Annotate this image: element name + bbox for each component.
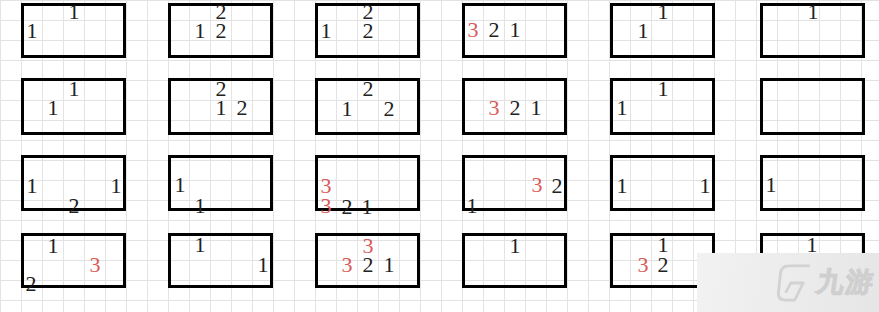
hint-number-r2c5: 1 <box>658 78 669 100</box>
hint-number-r4c3: 2 <box>363 254 374 276</box>
hint-number-r4c2: 1 <box>195 234 206 256</box>
hint-number-r2c4: 1 <box>531 97 542 119</box>
hint-number-r3c1: 1 <box>27 175 38 197</box>
hint-number-r3c1: 2 <box>69 195 80 217</box>
hint-number-r4c5: 3 <box>638 254 649 276</box>
hint-number-r4c2: 1 <box>258 254 269 276</box>
hint-number-r2c4: 3 <box>489 97 500 119</box>
hint-number-r2c1: 1 <box>69 78 80 100</box>
hint-number-r3c6: 1 <box>766 174 777 196</box>
hint-number-r3c4: 2 <box>552 175 563 197</box>
hint-number-r4c3: 3 <box>342 254 353 276</box>
hint-number-r3c4: 3 <box>532 174 543 196</box>
pattern-box-r4c1 <box>21 233 126 288</box>
hint-number-r1c2: 2 <box>216 20 227 42</box>
hint-number-r3c2: 1 <box>175 174 186 196</box>
hint-number-r4c1: 1 <box>48 235 59 257</box>
hint-number-r4c1: 3 <box>90 254 101 276</box>
hint-number-r2c2: 1 <box>216 97 227 119</box>
hint-number-r1c5: 1 <box>658 1 669 23</box>
hint-number-r1c4: 2 <box>489 19 500 41</box>
hint-number-r2c3: 1 <box>342 98 353 120</box>
hint-number-r1c2: 1 <box>195 20 206 42</box>
hint-number-r1c4: 3 <box>468 19 479 41</box>
hint-number-r3c5: 1 <box>617 175 628 197</box>
hint-number-r4c3: 1 <box>384 254 395 276</box>
hint-number-r1c3: 1 <box>321 20 332 42</box>
hint-number-r2c1: 1 <box>48 97 59 119</box>
hint-number-r1c5: 1 <box>638 20 649 42</box>
hint-number-r4c1: 2 <box>26 273 37 295</box>
hint-number-r1c4: 1 <box>510 19 521 41</box>
hint-number-r2c3: 2 <box>363 78 374 100</box>
hint-number-r4c4: 1 <box>510 235 521 257</box>
hint-number-r1c3: 2 <box>363 20 374 42</box>
9game-logo-icon <box>777 261 815 305</box>
hint-number-r3c3: 3 <box>321 195 332 217</box>
watermark: 九游 <box>697 253 879 312</box>
hint-number-r3c4: 1 <box>467 195 478 217</box>
pattern-box-r2c6 <box>760 78 865 135</box>
hint-number-r2c5: 1 <box>617 97 628 119</box>
hint-number-r3c1: 1 <box>111 175 122 197</box>
hint-number-r3c3: 2 <box>342 196 353 218</box>
hint-number-r2c3: 2 <box>384 98 395 120</box>
hint-number-r2c4: 2 <box>510 97 521 119</box>
hint-number-r3c5: 1 <box>700 175 711 197</box>
hint-number-r3c3: 1 <box>362 196 373 218</box>
minesweeper-pattern-sheet: 1121221232111111212212321111121133213211… <box>0 0 879 312</box>
hint-number-r2c2: 2 <box>237 97 248 119</box>
hint-number-r1c6: 1 <box>808 1 819 23</box>
hint-number-r1c1: 1 <box>69 1 80 23</box>
hint-number-r1c1: 1 <box>27 20 38 42</box>
watermark-brand-text: 九游 <box>815 269 879 296</box>
hint-number-r3c2: 1 <box>195 195 206 217</box>
hint-number-r4c5: 2 <box>658 254 669 276</box>
